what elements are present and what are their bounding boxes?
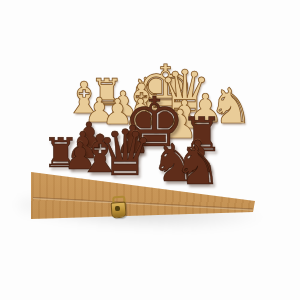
brass-clasp-icon [110, 198, 126, 218]
board-square [214, 154, 240, 168]
board-square [69, 160, 95, 173]
chess-piece-white-pawn: ♟ [167, 96, 202, 135]
board-square [90, 115, 113, 125]
board-square [142, 147, 167, 160]
chess-piece-black-pawn: ♟ [178, 135, 217, 179]
board-square [170, 130, 195, 141]
board-square [109, 116, 132, 126]
board-square [99, 143, 124, 155]
board-square [191, 141, 217, 153]
chess-piece-white-bishop: ♝ [64, 76, 103, 120]
board-square [196, 114, 220, 125]
board-square [91, 162, 117, 175]
board-square [136, 167, 163, 181]
board-square [176, 104, 199, 114]
board-grid [48, 98, 244, 191]
chess-piece-black-rook: ♜ [181, 111, 223, 158]
board-square [151, 119, 175, 130]
board-square [127, 126, 151, 137]
chess-piece-black-bishop: ♝ [77, 128, 124, 180]
box-front-side [0, 0, 300, 300]
chess-piece-black-rook: ♜ [42, 133, 78, 173]
board-square [220, 107, 244, 117]
board-square [218, 124, 243, 135]
clasp-hole [115, 206, 120, 211]
chess-piece-white-pawn: ♟ [124, 95, 157, 131]
board-square [78, 98, 100, 107]
chess-piece-black-knight: ♞ [173, 138, 222, 192]
chess-piece-black-pawn: ♟ [73, 119, 105, 155]
board-square [53, 148, 78, 160]
board-square [93, 107, 115, 116]
board-square [113, 165, 139, 179]
board-square [95, 152, 120, 165]
board-square [187, 162, 214, 176]
chess-piece-black-king: ♚ [124, 89, 185, 157]
board-square [153, 111, 176, 121]
board-square [58, 139, 82, 150]
board-square [185, 173, 212, 188]
board-square [219, 115, 243, 126]
chess-piece-white-rook: ♜ [90, 75, 123, 112]
board-square [155, 103, 178, 113]
board-square [112, 108, 135, 118]
board-square [165, 149, 191, 162]
board-square [74, 150, 99, 162]
board-square [102, 133, 126, 144]
board-square [174, 112, 198, 122]
board-square [139, 157, 165, 170]
board-square [132, 109, 155, 119]
chess-piece-white-pawn: ♟ [188, 89, 223, 128]
board-square [123, 135, 148, 147]
board-square [116, 100, 138, 109]
pieces-layer: ♜♞♚♛♝♟♝♟♞♟♟♟♟♟♚♜♟♟♟♟♜♟♝♛♞♞ [0, 0, 300, 300]
chess-piece-black-knight: ♞ [150, 137, 197, 189]
board-square [106, 125, 130, 136]
board-square [130, 118, 153, 128]
chess-piece-white-queen: ♛ [159, 62, 212, 121]
board-square [86, 123, 109, 133]
board-square [145, 137, 170, 149]
board-square [193, 132, 218, 144]
chess-piece-white-knight: ♞ [128, 73, 166, 115]
board-square [82, 132, 106, 143]
board-square [213, 165, 240, 179]
board-square [163, 159, 189, 173]
board-fold-seam [54, 128, 256, 147]
board-square [74, 105, 96, 114]
chess-piece-white-pawn: ♟ [108, 86, 139, 121]
board-square [70, 113, 93, 123]
board-square [117, 155, 143, 168]
board-square [198, 105, 221, 115]
board-square [120, 145, 145, 157]
chess-piece-white-knight: ♞ [209, 83, 253, 132]
board-square [135, 101, 158, 110]
chess-piece-white-pawn: ♟ [162, 105, 198, 145]
board-square [160, 170, 187, 184]
board-square [48, 158, 73, 171]
chess-piece-black-queen: ♛ [97, 122, 154, 185]
chess-piece-black-pawn: ♟ [63, 138, 97, 176]
chess-set-product-photo: ♜♞♚♛♝♟♝♟♞♟♟♟♟♟♚♜♟♟♟♟♜♟♝♛♞♞ [0, 0, 300, 300]
chess-piece-white-bishop: ♝ [120, 77, 163, 125]
board-square [97, 99, 119, 108]
board-square [78, 141, 102, 153]
board-square [217, 134, 242, 146]
chess-piece-white-king: ♚ [137, 57, 194, 120]
chess-piece-white-pawn: ♟ [84, 93, 115, 127]
board-square [62, 130, 86, 141]
board-square [195, 123, 219, 134]
chess-piece-black-pawn: ♟ [66, 128, 99, 165]
board-square [66, 121, 89, 131]
board-square [189, 151, 215, 164]
chess-piece-white-pawn: ♟ [102, 94, 134, 129]
board-square [168, 139, 193, 151]
board-square [211, 176, 239, 191]
chess-piece-black-pawn: ♟ [115, 121, 150, 160]
board-square [172, 121, 196, 132]
board-square [215, 143, 241, 156]
board-square [148, 128, 172, 139]
